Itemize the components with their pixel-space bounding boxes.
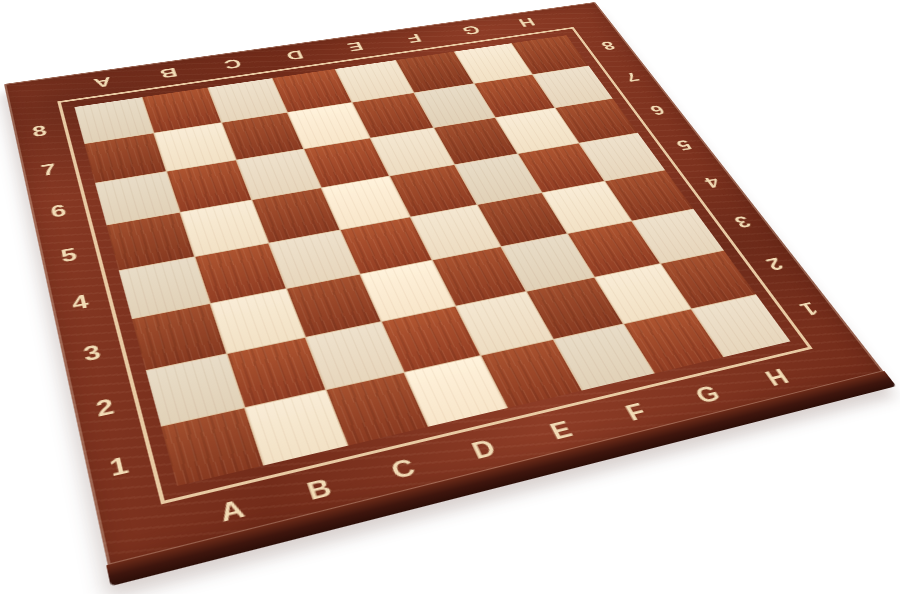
photo-background: AABBCCDDEEFFGGHH8877665544332211 — [0, 0, 900, 594]
chess-board: AABBCCDDEEFFGGHH8877665544332211 — [4, 2, 884, 566]
